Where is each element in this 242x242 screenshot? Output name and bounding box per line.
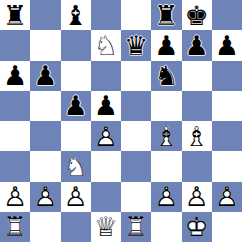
square-f4[interactable]: ♝♗ <box>151 121 181 151</box>
white-pawn: ♟♙ <box>61 182 91 212</box>
black-pawn: ♟ <box>0 61 30 91</box>
square-g8[interactable]: ♚ <box>182 0 212 30</box>
square-a1[interactable]: ♜♖ <box>0 212 30 242</box>
square-g1[interactable]: ♚♔ <box>182 212 212 242</box>
square-c1[interactable] <box>61 212 91 242</box>
square-f2[interactable]: ♟♙ <box>151 182 181 212</box>
white-knight-glyph-outline: ♘ <box>91 30 121 60</box>
white-queen: ♛♕ <box>91 212 121 242</box>
square-d4[interactable]: ♟♙ <box>91 121 121 151</box>
white-knight: ♞♘ <box>91 30 121 60</box>
black-pawn: ♟ <box>212 30 242 60</box>
white-king-glyph-outline: ♔ <box>182 212 212 242</box>
black-bishop-glyph-fill: ♝ <box>61 0 91 30</box>
square-c5[interactable]: ♟ <box>61 91 91 121</box>
square-h3[interactable] <box>212 151 242 181</box>
square-f3[interactable] <box>151 151 181 181</box>
square-a3[interactable] <box>0 151 30 181</box>
square-g3[interactable] <box>182 151 212 181</box>
black-pawn: ♟ <box>61 91 91 121</box>
square-h1[interactable] <box>212 212 242 242</box>
square-b7[interactable] <box>30 30 60 60</box>
square-b3[interactable] <box>30 151 60 181</box>
white-rook-glyph-outline: ♖ <box>0 212 30 242</box>
black-pawn-glyph-fill: ♟ <box>30 61 60 91</box>
square-g6[interactable] <box>182 61 212 91</box>
white-pawn: ♟♙ <box>30 182 60 212</box>
white-knight: ♞♘ <box>61 151 91 181</box>
square-h7[interactable]: ♟ <box>212 30 242 60</box>
square-b8[interactable] <box>30 0 60 30</box>
white-pawn-glyph-outline: ♙ <box>91 121 121 151</box>
square-g5[interactable] <box>182 91 212 121</box>
white-bishop-glyph-outline: ♗ <box>151 121 181 151</box>
square-d8[interactable] <box>91 0 121 30</box>
square-d6[interactable] <box>91 61 121 91</box>
black-knight: ♞ <box>151 61 181 91</box>
square-a5[interactable] <box>0 91 30 121</box>
white-pawn: ♟♙ <box>91 121 121 151</box>
white-pawn: ♟♙ <box>151 182 181 212</box>
square-a4[interactable] <box>0 121 30 151</box>
white-pawn-glyph-outline: ♙ <box>30 182 60 212</box>
square-a7[interactable] <box>0 30 30 60</box>
square-a8[interactable]: ♜ <box>0 0 30 30</box>
square-f6[interactable]: ♞ <box>151 61 181 91</box>
square-d1[interactable]: ♛♕ <box>91 212 121 242</box>
square-e7[interactable]: ♛ <box>121 30 151 60</box>
white-rook-glyph-outline: ♖ <box>121 212 151 242</box>
white-pawn-glyph-outline: ♙ <box>182 182 212 212</box>
black-queen-glyph-fill: ♛ <box>121 30 151 60</box>
square-c6[interactable] <box>61 61 91 91</box>
white-king: ♚♔ <box>182 212 212 242</box>
chessboard: ♜♝♜♚♞♘♛♟♟♟♟♟♞♟♟♟♙♝♗♝♗♞♘♟♙♟♙♟♙♟♙♟♙♟♙♜♖♛♕♜… <box>0 0 242 242</box>
black-rook: ♜ <box>151 0 181 30</box>
black-knight-glyph-fill: ♞ <box>151 61 181 91</box>
square-c7[interactable] <box>61 30 91 60</box>
square-c2[interactable]: ♟♙ <box>61 182 91 212</box>
square-g2[interactable]: ♟♙ <box>182 182 212 212</box>
black-pawn-glyph-fill: ♟ <box>212 30 242 60</box>
square-f8[interactable]: ♜ <box>151 0 181 30</box>
white-pawn: ♟♙ <box>212 182 242 212</box>
square-h2[interactable]: ♟♙ <box>212 182 242 212</box>
black-pawn-glyph-fill: ♟ <box>0 61 30 91</box>
black-rook: ♜ <box>0 0 30 30</box>
black-queen: ♛ <box>121 30 151 60</box>
square-e4[interactable] <box>121 121 151 151</box>
black-pawn-glyph-fill: ♟ <box>91 91 121 121</box>
white-pawn: ♟♙ <box>182 182 212 212</box>
white-bishop: ♝♗ <box>182 121 212 151</box>
square-d5[interactable]: ♟ <box>91 91 121 121</box>
square-d7[interactable]: ♞♘ <box>91 30 121 60</box>
white-queen-glyph-outline: ♕ <box>91 212 121 242</box>
white-pawn-glyph-outline: ♙ <box>151 182 181 212</box>
black-bishop: ♝ <box>61 0 91 30</box>
white-rook: ♜♖ <box>121 212 151 242</box>
black-pawn: ♟ <box>151 30 181 60</box>
square-e2[interactable] <box>121 182 151 212</box>
black-rook-glyph-fill: ♜ <box>0 0 30 30</box>
square-g4[interactable]: ♝♗ <box>182 121 212 151</box>
white-pawn-glyph-outline: ♙ <box>212 182 242 212</box>
square-b4[interactable] <box>30 121 60 151</box>
square-a2[interactable]: ♟♙ <box>0 182 30 212</box>
black-pawn-glyph-fill: ♟ <box>61 91 91 121</box>
square-f1[interactable] <box>151 212 181 242</box>
square-e6[interactable] <box>121 61 151 91</box>
black-pawn: ♟ <box>182 30 212 60</box>
square-c8[interactable]: ♝ <box>61 0 91 30</box>
white-pawn-glyph-outline: ♙ <box>0 182 30 212</box>
square-e1[interactable]: ♜♖ <box>121 212 151 242</box>
square-e3[interactable] <box>121 151 151 181</box>
square-e8[interactable] <box>121 0 151 30</box>
square-g7[interactable]: ♟ <box>182 30 212 60</box>
square-b5[interactable] <box>30 91 60 121</box>
square-h6[interactable] <box>212 61 242 91</box>
white-bishop: ♝♗ <box>151 121 181 151</box>
square-d3[interactable] <box>91 151 121 181</box>
square-c3[interactable]: ♞♘ <box>61 151 91 181</box>
square-c4[interactable] <box>61 121 91 151</box>
square-e5[interactable] <box>121 91 151 121</box>
square-a6[interactable]: ♟ <box>0 61 30 91</box>
square-b2[interactable]: ♟♙ <box>30 182 60 212</box>
square-h5[interactable] <box>212 91 242 121</box>
square-h4[interactable] <box>212 121 242 151</box>
square-f5[interactable] <box>151 91 181 121</box>
black-pawn: ♟ <box>91 91 121 121</box>
black-king-glyph-fill: ♚ <box>182 0 212 30</box>
white-knight-glyph-outline: ♘ <box>61 151 91 181</box>
black-pawn-glyph-fill: ♟ <box>151 30 181 60</box>
square-h8[interactable] <box>212 0 242 30</box>
white-bishop-glyph-outline: ♗ <box>182 121 212 151</box>
black-pawn-glyph-fill: ♟ <box>182 30 212 60</box>
white-pawn-glyph-outline: ♙ <box>61 182 91 212</box>
black-pawn: ♟ <box>30 61 60 91</box>
white-rook: ♜♖ <box>0 212 30 242</box>
square-b6[interactable]: ♟ <box>30 61 60 91</box>
black-rook-glyph-fill: ♜ <box>151 0 181 30</box>
square-f7[interactable]: ♟ <box>151 30 181 60</box>
black-king: ♚ <box>182 0 212 30</box>
square-b1[interactable] <box>30 212 60 242</box>
white-pawn: ♟♙ <box>0 182 30 212</box>
square-d2[interactable] <box>91 182 121 212</box>
